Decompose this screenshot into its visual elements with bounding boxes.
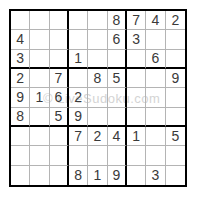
cell-r1c9[interactable]: 2 xyxy=(166,11,185,30)
cell-r7c1[interactable] xyxy=(11,127,30,146)
cell-r7c2[interactable] xyxy=(30,127,49,146)
cell-r6c2[interactable] xyxy=(30,108,49,127)
cell-r7c9[interactable]: 5 xyxy=(166,127,185,146)
cell-r4c5[interactable]: 8 xyxy=(88,69,107,88)
cell-r5c3[interactable]: 6 xyxy=(50,88,69,107)
cell-r2c7[interactable]: 3 xyxy=(127,30,146,49)
cell-r8c7[interactable] xyxy=(127,146,146,165)
cell-r3c3[interactable] xyxy=(50,50,69,69)
cell-r9c4[interactable]: 8 xyxy=(69,166,88,185)
cell-r5c5[interactable] xyxy=(88,88,107,107)
cell-r9c3[interactable] xyxy=(50,166,69,185)
cell-r3c4[interactable]: 1 xyxy=(69,50,88,69)
cell-r8c2[interactable] xyxy=(30,146,49,165)
cell-r1c3[interactable] xyxy=(50,11,69,30)
cell-r3c1[interactable]: 3 xyxy=(11,50,30,69)
cell-r6c4[interactable]: 9 xyxy=(69,108,88,127)
cell-r6c8[interactable] xyxy=(146,108,165,127)
cell-r8c4[interactable] xyxy=(69,146,88,165)
cell-r5c7[interactable] xyxy=(127,88,146,107)
cell-r3c2[interactable] xyxy=(30,50,49,69)
cell-r9c8[interactable]: 3 xyxy=(146,166,165,185)
cell-r9c9[interactable] xyxy=(166,166,185,185)
cell-r5c8[interactable] xyxy=(146,88,165,107)
cell-r6c6[interactable] xyxy=(108,108,127,127)
cell-r7c3[interactable] xyxy=(50,127,69,146)
cell-r1c8[interactable]: 4 xyxy=(146,11,165,30)
cell-r9c5[interactable]: 1 xyxy=(88,166,107,185)
cell-r1c7[interactable]: 7 xyxy=(127,11,146,30)
cell-r3c7[interactable] xyxy=(127,50,146,69)
cell-r8c5[interactable] xyxy=(88,146,107,165)
cell-r4c9[interactable]: 9 xyxy=(166,69,185,88)
cell-r2c1[interactable]: 4 xyxy=(11,30,30,49)
cell-r1c6[interactable]: 8 xyxy=(108,11,127,30)
cell-r7c6[interactable]: 4 xyxy=(108,127,127,146)
cell-r1c5[interactable] xyxy=(88,11,107,30)
cell-r4c3[interactable]: 7 xyxy=(50,69,69,88)
cell-r7c5[interactable]: 2 xyxy=(88,127,107,146)
cell-r1c4[interactable] xyxy=(69,11,88,30)
sudoku-board: 8742463316278599162859724158193 xyxy=(9,9,187,187)
cell-r4c1[interactable]: 2 xyxy=(11,69,30,88)
cell-r4c4[interactable] xyxy=(69,69,88,88)
cell-r7c7[interactable]: 1 xyxy=(127,127,146,146)
cell-r4c6[interactable]: 5 xyxy=(108,69,127,88)
cell-r8c1[interactable] xyxy=(11,146,30,165)
cell-r3c9[interactable] xyxy=(166,50,185,69)
cell-r3c5[interactable] xyxy=(88,50,107,69)
sudoku-board-area: © LiveSudoku.com 87424633162785991628597… xyxy=(9,9,187,187)
cell-r4c2[interactable] xyxy=(30,69,49,88)
cell-r2c6[interactable]: 6 xyxy=(108,30,127,49)
cell-r2c5[interactable] xyxy=(88,30,107,49)
cell-r2c9[interactable] xyxy=(166,30,185,49)
cell-r5c9[interactable] xyxy=(166,88,185,107)
cell-r9c7[interactable] xyxy=(127,166,146,185)
cell-r3c8[interactable]: 6 xyxy=(146,50,165,69)
cell-r4c8[interactable] xyxy=(146,69,165,88)
cell-r6c9[interactable] xyxy=(166,108,185,127)
cell-r8c6[interactable] xyxy=(108,146,127,165)
cell-r6c1[interactable]: 8 xyxy=(11,108,30,127)
cell-r7c4[interactable]: 7 xyxy=(69,127,88,146)
cell-r2c3[interactable] xyxy=(50,30,69,49)
cell-r9c2[interactable] xyxy=(30,166,49,185)
cell-r5c4[interactable]: 2 xyxy=(69,88,88,107)
cell-r2c2[interactable] xyxy=(30,30,49,49)
cell-r5c2[interactable]: 1 xyxy=(30,88,49,107)
cell-r7c8[interactable] xyxy=(146,127,165,146)
cell-r8c9[interactable] xyxy=(166,146,185,165)
cell-r8c3[interactable] xyxy=(50,146,69,165)
cell-r6c3[interactable]: 5 xyxy=(50,108,69,127)
cell-r2c8[interactable] xyxy=(146,30,165,49)
cell-r9c6[interactable]: 9 xyxy=(108,166,127,185)
cell-r1c1[interactable] xyxy=(11,11,30,30)
cell-r3c6[interactable] xyxy=(108,50,127,69)
cell-r8c8[interactable] xyxy=(146,146,165,165)
cell-r2c4[interactable] xyxy=(69,30,88,49)
cell-r6c5[interactable] xyxy=(88,108,107,127)
cell-r1c2[interactable] xyxy=(30,11,49,30)
sudoku-puzzle-image: © LiveSudoku.com 87424633162785991628597… xyxy=(0,0,200,200)
cell-r5c6[interactable] xyxy=(108,88,127,107)
cell-r6c7[interactable] xyxy=(127,108,146,127)
cell-r4c7[interactable] xyxy=(127,69,146,88)
cell-r5c1[interactable]: 9 xyxy=(11,88,30,107)
cell-r9c1[interactable] xyxy=(11,166,30,185)
